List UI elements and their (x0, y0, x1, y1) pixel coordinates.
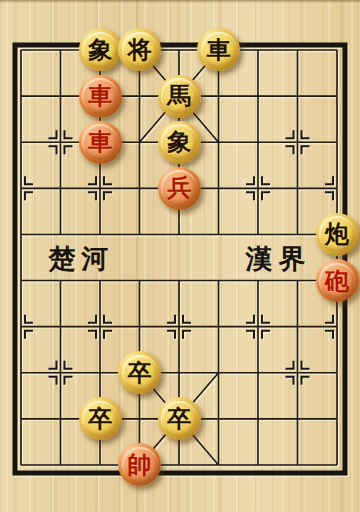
piece-glyph: 車 (79, 75, 122, 118)
board-point[interactable]: 卒 (80, 396, 120, 442)
piece-glyph: 車 (197, 28, 240, 71)
piece-red-chariot[interactable]: 車 (79, 121, 122, 164)
piece-red-soldier[interactable]: 兵 (158, 167, 201, 210)
board-point[interactable]: 砲 (317, 257, 357, 303)
board-point[interactable]: 馬 (159, 73, 199, 119)
piece-black-horse[interactable]: 馬 (158, 75, 201, 118)
piece-black-cannon[interactable]: 炮 (316, 213, 359, 256)
board-point[interactable]: 象 (159, 119, 199, 165)
pieces-layer: 象将車車馬車象兵炮砲卒卒卒帥 (1, 27, 357, 488)
piece-black-soldier[interactable]: 卒 (79, 397, 122, 440)
piece-glyph: 車 (79, 121, 122, 164)
piece-glyph: 卒 (118, 351, 161, 394)
piece-red-chariot[interactable]: 車 (79, 75, 122, 118)
piece-glyph: 将 (118, 28, 161, 71)
piece-glyph: 卒 (79, 397, 122, 440)
piece-glyph: 炮 (316, 213, 359, 256)
piece-glyph: 卒 (158, 397, 201, 440)
board-point[interactable]: 帥 (120, 442, 160, 488)
board-point[interactable]: 卒 (159, 396, 199, 442)
board-point[interactable]: 車 (80, 73, 120, 119)
piece-glyph: 馬 (158, 75, 201, 118)
piece-red-cannon[interactable]: 砲 (316, 259, 359, 302)
board-point[interactable]: 卒 (120, 350, 160, 396)
board-point[interactable]: 将 (120, 27, 160, 73)
piece-glyph: 象 (79, 28, 122, 71)
xiangqi-screen: 楚河 漢界 象将車車馬車象兵炮砲卒卒卒帥 (0, 0, 360, 512)
board-point[interactable]: 車 (199, 27, 239, 73)
piece-glyph: 帥 (118, 443, 161, 486)
piece-black-general[interactable]: 将 (118, 28, 161, 71)
piece-black-elephant[interactable]: 象 (79, 28, 122, 71)
board-point[interactable]: 車 (80, 119, 120, 165)
board-point[interactable]: 炮 (317, 211, 357, 257)
piece-black-soldier[interactable]: 卒 (118, 351, 161, 394)
piece-black-chariot[interactable]: 車 (197, 28, 240, 71)
piece-red-general[interactable]: 帥 (118, 443, 161, 486)
board-point[interactable]: 兵 (159, 165, 199, 211)
board-point[interactable]: 象 (80, 27, 120, 73)
piece-glyph: 兵 (158, 167, 201, 210)
piece-black-soldier[interactable]: 卒 (158, 397, 201, 440)
piece-glyph: 砲 (316, 259, 359, 302)
piece-glyph: 象 (158, 121, 201, 164)
piece-black-elephant[interactable]: 象 (158, 121, 201, 164)
